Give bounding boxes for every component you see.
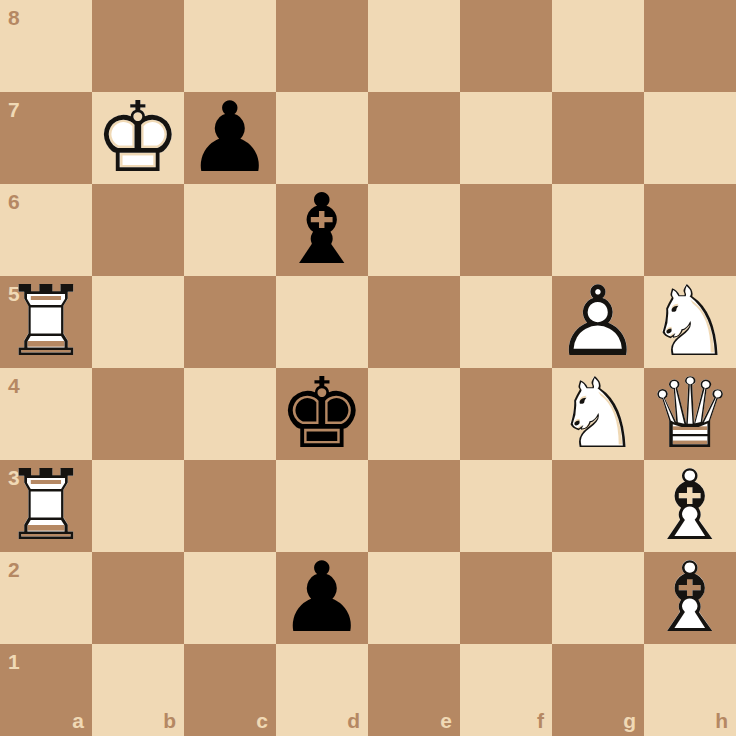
piece-black-pawn[interactable]: ♟: [276, 552, 368, 644]
piece-black-pawn[interactable]: ♟: [184, 92, 276, 184]
square-a6[interactable]: 6: [0, 184, 92, 276]
square-g6[interactable]: [552, 184, 644, 276]
square-e3[interactable]: [368, 460, 460, 552]
square-c2[interactable]: [184, 552, 276, 644]
square-g2[interactable]: [552, 552, 644, 644]
square-f2[interactable]: [460, 552, 552, 644]
square-a7[interactable]: 7: [0, 92, 92, 184]
file-label-g: g: [623, 710, 636, 731]
white-queen-outline: ♕: [644, 368, 736, 460]
file-label-c: c: [256, 710, 268, 731]
file-label-h: h: [715, 710, 728, 731]
square-d4[interactable]: ♚: [276, 368, 368, 460]
square-e5[interactable]: [368, 276, 460, 368]
square-f1[interactable]: f: [460, 644, 552, 736]
square-c6[interactable]: [184, 184, 276, 276]
square-g5[interactable]: ♟♙: [552, 276, 644, 368]
square-d1[interactable]: d: [276, 644, 368, 736]
file-label-b: b: [163, 710, 176, 731]
black-king-glyph: ♚: [276, 368, 368, 460]
piece-white-pawn[interactable]: ♟♙: [552, 276, 644, 368]
square-g8[interactable]: [552, 0, 644, 92]
square-f4[interactable]: [460, 368, 552, 460]
square-a5[interactable]: 5♜♖: [0, 276, 92, 368]
square-c1[interactable]: c: [184, 644, 276, 736]
white-rook-outline: ♖: [0, 460, 92, 552]
black-pawn-glyph: ♟: [276, 552, 368, 644]
square-b7[interactable]: ♚♔: [92, 92, 184, 184]
square-h2[interactable]: ♝♗: [644, 552, 736, 644]
square-g3[interactable]: [552, 460, 644, 552]
square-c7[interactable]: ♟: [184, 92, 276, 184]
piece-white-knight[interactable]: ♞♘: [644, 276, 736, 368]
white-bishop-outline: ♗: [644, 552, 736, 644]
square-h8[interactable]: [644, 0, 736, 92]
square-d3[interactable]: [276, 460, 368, 552]
square-c3[interactable]: [184, 460, 276, 552]
square-c4[interactable]: [184, 368, 276, 460]
square-g4[interactable]: ♞♘: [552, 368, 644, 460]
square-h1[interactable]: h: [644, 644, 736, 736]
white-bishop-outline: ♗: [644, 460, 736, 552]
square-a2[interactable]: 2: [0, 552, 92, 644]
square-g7[interactable]: [552, 92, 644, 184]
square-h7[interactable]: [644, 92, 736, 184]
white-knight-outline: ♘: [644, 276, 736, 368]
piece-white-rook[interactable]: ♜♖: [0, 460, 92, 552]
square-d2[interactable]: ♟: [276, 552, 368, 644]
rank-label-6: 6: [8, 191, 20, 212]
square-e4[interactable]: [368, 368, 460, 460]
file-label-f: f: [537, 710, 544, 731]
white-king-outline: ♔: [92, 92, 184, 184]
square-c5[interactable]: [184, 276, 276, 368]
square-h4[interactable]: ♛♕: [644, 368, 736, 460]
square-f6[interactable]: [460, 184, 552, 276]
square-a3[interactable]: 3♜♖: [0, 460, 92, 552]
piece-white-rook[interactable]: ♜♖: [0, 276, 92, 368]
chess-board: 87♚♔♟6♝5♜♖♟♙♞♘4♚♞♘♛♕3♜♖♝♗2♟♝♗1abcdefgh: [0, 0, 736, 736]
square-e2[interactable]: [368, 552, 460, 644]
white-knight-outline: ♘: [552, 368, 644, 460]
square-h3[interactable]: ♝♗: [644, 460, 736, 552]
square-e1[interactable]: e: [368, 644, 460, 736]
square-e6[interactable]: [368, 184, 460, 276]
square-b5[interactable]: [92, 276, 184, 368]
black-pawn-glyph: ♟: [184, 92, 276, 184]
square-e8[interactable]: [368, 0, 460, 92]
rank-label-2: 2: [8, 559, 20, 580]
black-bishop-glyph: ♝: [276, 184, 368, 276]
file-label-e: e: [440, 710, 452, 731]
rank-label-4: 4: [8, 375, 20, 396]
square-b3[interactable]: [92, 460, 184, 552]
square-b4[interactable]: [92, 368, 184, 460]
square-g1[interactable]: g: [552, 644, 644, 736]
file-label-a: a: [72, 710, 84, 731]
square-a4[interactable]: 4: [0, 368, 92, 460]
square-b6[interactable]: [92, 184, 184, 276]
square-f3[interactable]: [460, 460, 552, 552]
rank-label-7: 7: [8, 99, 20, 120]
square-b1[interactable]: b: [92, 644, 184, 736]
square-f7[interactable]: [460, 92, 552, 184]
white-pawn-outline: ♙: [552, 276, 644, 368]
square-a8[interactable]: 8: [0, 0, 92, 92]
piece-black-king[interactable]: ♚: [276, 368, 368, 460]
rank-label-8: 8: [8, 7, 20, 28]
square-h6[interactable]: [644, 184, 736, 276]
white-rook-outline: ♖: [0, 276, 92, 368]
square-d5[interactable]: [276, 276, 368, 368]
square-d6[interactable]: ♝: [276, 184, 368, 276]
piece-white-king[interactable]: ♚♔: [92, 92, 184, 184]
square-a1[interactable]: 1a: [0, 644, 92, 736]
square-f5[interactable]: [460, 276, 552, 368]
square-h5[interactable]: ♞♘: [644, 276, 736, 368]
square-d7[interactable]: [276, 92, 368, 184]
square-b8[interactable]: [92, 0, 184, 92]
piece-white-bishop[interactable]: ♝♗: [644, 552, 736, 644]
square-b2[interactable]: [92, 552, 184, 644]
square-e7[interactable]: [368, 92, 460, 184]
square-d8[interactable]: [276, 0, 368, 92]
piece-white-bishop[interactable]: ♝♗: [644, 460, 736, 552]
rank-label-1: 1: [8, 651, 20, 672]
piece-white-queen[interactable]: ♛♕: [644, 368, 736, 460]
file-label-d: d: [347, 710, 360, 731]
piece-white-knight[interactable]: ♞♘: [552, 368, 644, 460]
piece-black-bishop[interactable]: ♝: [276, 184, 368, 276]
square-c8[interactable]: [184, 0, 276, 92]
square-f8[interactable]: [460, 0, 552, 92]
